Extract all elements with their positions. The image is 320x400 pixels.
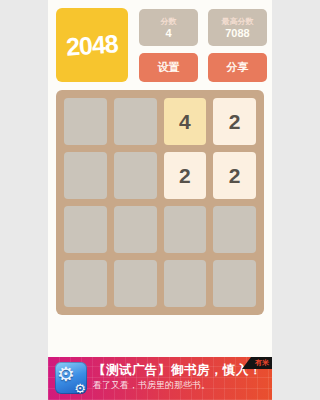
cell-r3-c3 — [213, 260, 256, 307]
ad-network-badge: 有米 — [242, 357, 272, 369]
best-score-box: 最高分数 7088 — [208, 9, 267, 46]
game-logo-text: 2048 — [65, 29, 119, 62]
ad-app-icon: ⚙ ⚙ — [55, 362, 87, 394]
cell-r1-c3: 2 — [213, 152, 256, 199]
cell-r2-c0 — [64, 206, 107, 253]
ad-subtitle: 看了又看，书房里的那些书。 — [93, 379, 263, 392]
best-score-value: 7088 — [225, 27, 249, 40]
cell-r2-c1 — [114, 206, 157, 253]
score-box: 分数 4 — [139, 9, 198, 46]
score-label: 分数 — [161, 16, 177, 27]
cell-r2-c3 — [213, 206, 256, 253]
ad-title: 【测试广告】御书房，慎入！ — [93, 362, 263, 379]
settings-button[interactable]: 设置 — [139, 53, 198, 82]
gear-large-icon: ⚙ — [57, 362, 75, 386]
game-logo: 2048 — [56, 8, 128, 82]
cell-r1-c0 — [64, 152, 107, 199]
cell-r1-c1 — [114, 152, 157, 199]
app-screen: 2048 分数 4 最高分数 7088 设置 分享 4 2 2 2 ⚙ ⚙ — [48, 0, 272, 400]
cell-r0-c2: 4 — [164, 98, 207, 145]
game-board[interactable]: 4 2 2 2 — [56, 90, 264, 315]
cell-r3-c0 — [64, 260, 107, 307]
share-button[interactable]: 分享 — [208, 53, 267, 82]
cell-r0-c0 — [64, 98, 107, 145]
cell-r3-c1 — [114, 260, 157, 307]
gear-small-icon: ⚙ — [74, 381, 86, 396]
cell-r3-c2 — [164, 260, 207, 307]
ad-text-block: 【测试广告】御书房，慎入！ 看了又看，书房里的那些书。 — [93, 362, 263, 392]
cell-r1-c2: 2 — [164, 152, 207, 199]
best-score-label: 最高分数 — [222, 16, 254, 27]
cell-r0-c3: 2 — [213, 98, 256, 145]
cell-r0-c1 — [114, 98, 157, 145]
ad-banner[interactable]: ⚙ ⚙ 【测试广告】御书房，慎入！ 看了又看，书房里的那些书。 有米 — [48, 357, 272, 400]
score-value: 4 — [165, 27, 171, 40]
cell-r2-c2 — [164, 206, 207, 253]
